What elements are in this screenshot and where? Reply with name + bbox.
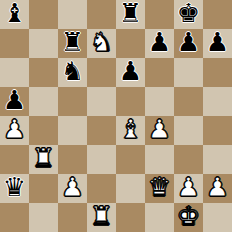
square-f2[interactable]: ♛: [145, 174, 174, 203]
black-rook[interactable]: ♜: [119, 0, 142, 28]
square-b8[interactable]: [29, 0, 58, 29]
square-a4[interactable]: ♟: [0, 116, 29, 145]
square-e5[interactable]: [116, 87, 145, 116]
square-d8[interactable]: [87, 0, 116, 29]
black-knight[interactable]: ♞: [61, 57, 84, 86]
square-d2[interactable]: [87, 174, 116, 203]
square-b6[interactable]: [29, 58, 58, 87]
square-g1[interactable]: ♚: [174, 203, 203, 232]
black-rook[interactable]: ♜: [61, 28, 84, 57]
square-a7[interactable]: [0, 29, 29, 58]
square-a6[interactable]: [0, 58, 29, 87]
black-queen[interactable]: ♛: [3, 173, 26, 202]
square-f6[interactable]: [145, 58, 174, 87]
white-queen[interactable]: ♛: [148, 173, 171, 202]
square-c3[interactable]: [58, 145, 87, 174]
white-pawn[interactable]: ♟: [177, 173, 200, 202]
black-pawn[interactable]: ♟: [3, 86, 26, 115]
white-pawn[interactable]: ♟: [206, 173, 229, 202]
square-g5[interactable]: [174, 87, 203, 116]
square-d1[interactable]: ♜: [87, 203, 116, 232]
square-b3[interactable]: ♜: [29, 145, 58, 174]
square-e3[interactable]: [116, 145, 145, 174]
square-h7[interactable]: ♟: [203, 29, 232, 58]
square-g8[interactable]: ♚: [174, 0, 203, 29]
square-g7[interactable]: ♟: [174, 29, 203, 58]
white-rook[interactable]: ♜: [90, 202, 113, 231]
square-c2[interactable]: ♟: [58, 174, 87, 203]
square-e4[interactable]: ♝: [116, 116, 145, 145]
square-b4[interactable]: [29, 116, 58, 145]
square-d6[interactable]: [87, 58, 116, 87]
black-pawn[interactable]: ♟: [119, 57, 142, 86]
square-c1[interactable]: [58, 203, 87, 232]
black-pawn[interactable]: ♟: [206, 28, 229, 57]
square-a3[interactable]: [0, 145, 29, 174]
black-pawn[interactable]: ♟: [148, 28, 171, 57]
square-g2[interactable]: ♟: [174, 174, 203, 203]
white-pawn[interactable]: ♟: [61, 173, 84, 202]
square-d4[interactable]: [87, 116, 116, 145]
square-e2[interactable]: [116, 174, 145, 203]
white-pawn[interactable]: ♟: [3, 115, 26, 144]
square-a8[interactable]: ♝: [0, 0, 29, 29]
square-f3[interactable]: [145, 145, 174, 174]
square-c6[interactable]: ♞: [58, 58, 87, 87]
square-e1[interactable]: [116, 203, 145, 232]
square-c5[interactable]: [58, 87, 87, 116]
square-d7[interactable]: ♞: [87, 29, 116, 58]
square-d3[interactable]: [87, 145, 116, 174]
square-h1[interactable]: [203, 203, 232, 232]
white-rook[interactable]: ♜: [32, 144, 55, 173]
square-g3[interactable]: [174, 145, 203, 174]
square-a2[interactable]: ♛: [0, 174, 29, 203]
square-c4[interactable]: [58, 116, 87, 145]
square-a5[interactable]: ♟: [0, 87, 29, 116]
square-h5[interactable]: [203, 87, 232, 116]
white-bishop[interactable]: ♝: [119, 115, 142, 144]
square-f4[interactable]: ♟: [145, 116, 174, 145]
square-b2[interactable]: [29, 174, 58, 203]
white-king[interactable]: ♚: [177, 202, 200, 231]
square-h8[interactable]: [203, 0, 232, 29]
square-d5[interactable]: [87, 87, 116, 116]
square-b5[interactable]: [29, 87, 58, 116]
square-c8[interactable]: [58, 0, 87, 29]
chess-board: ♝♜♚♜♞♟♟♟♞♟♟♟♝♟♜♛♟♛♟♟♜♚: [0, 0, 232, 232]
square-f8[interactable]: [145, 0, 174, 29]
square-f1[interactable]: [145, 203, 174, 232]
square-b7[interactable]: [29, 29, 58, 58]
square-a1[interactable]: [0, 203, 29, 232]
square-g6[interactable]: [174, 58, 203, 87]
square-h4[interactable]: [203, 116, 232, 145]
square-g4[interactable]: [174, 116, 203, 145]
square-e6[interactable]: ♟: [116, 58, 145, 87]
square-f7[interactable]: ♟: [145, 29, 174, 58]
square-h6[interactable]: [203, 58, 232, 87]
square-b1[interactable]: [29, 203, 58, 232]
square-e8[interactable]: ♜: [116, 0, 145, 29]
white-knight[interactable]: ♞: [90, 28, 113, 57]
square-h3[interactable]: [203, 145, 232, 174]
black-king[interactable]: ♚: [177, 0, 200, 28]
square-f5[interactable]: [145, 87, 174, 116]
black-pawn[interactable]: ♟: [177, 28, 200, 57]
square-e7[interactable]: [116, 29, 145, 58]
square-c7[interactable]: ♜: [58, 29, 87, 58]
square-h2[interactable]: ♟: [203, 174, 232, 203]
white-pawn[interactable]: ♟: [148, 115, 171, 144]
black-bishop[interactable]: ♝: [3, 0, 26, 28]
